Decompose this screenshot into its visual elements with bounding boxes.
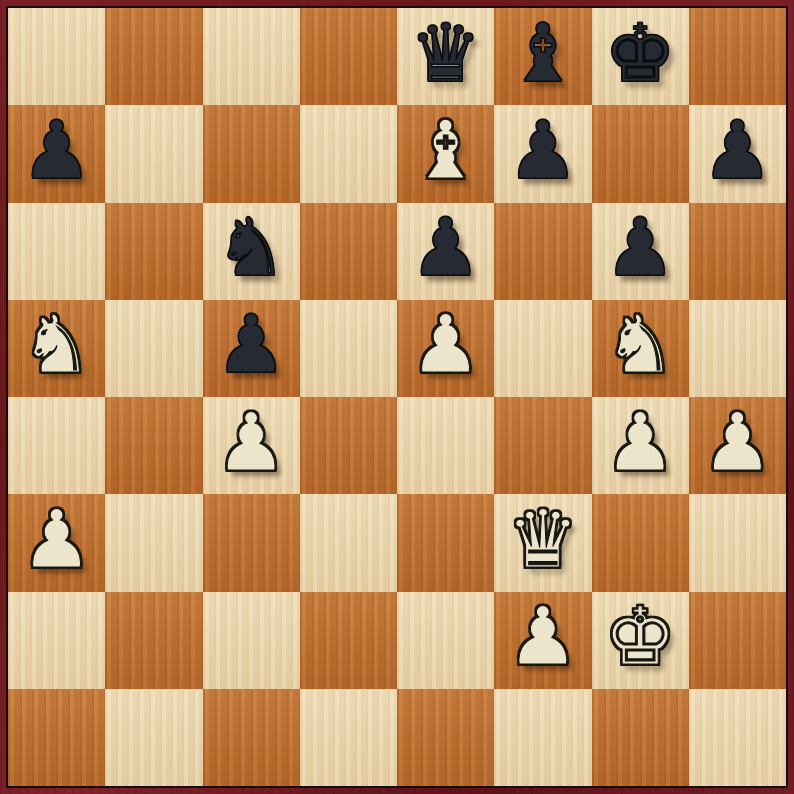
square-d5[interactable] (300, 300, 397, 397)
square-e2[interactable] (397, 592, 494, 689)
square-b3[interactable] (105, 494, 202, 591)
square-b7[interactable] (105, 105, 202, 202)
piece-black-pawn[interactable]: ♟ (215, 305, 287, 385)
piece-white-bishop[interactable]: ♝ (410, 111, 482, 191)
square-h1[interactable] (689, 689, 786, 786)
square-b5[interactable] (105, 300, 202, 397)
piece-black-pawn[interactable]: ♟ (604, 208, 676, 288)
square-e6[interactable]: ♟ (397, 203, 494, 300)
square-h5[interactable] (689, 300, 786, 397)
piece-black-knight[interactable]: ♞ (215, 208, 287, 288)
square-b2[interactable] (105, 592, 202, 689)
square-g6[interactable]: ♟ (592, 203, 689, 300)
piece-black-pawn[interactable]: ♟ (507, 111, 579, 191)
square-h7[interactable]: ♟ (689, 105, 786, 202)
square-h4[interactable]: ♟ (689, 397, 786, 494)
piece-black-bishop[interactable]: ♝ (507, 14, 579, 94)
piece-white-pawn[interactable]: ♟ (21, 500, 93, 580)
square-d4[interactable] (300, 397, 397, 494)
square-a2[interactable] (8, 592, 105, 689)
piece-white-pawn[interactable]: ♟ (410, 305, 482, 385)
square-a3[interactable]: ♟ (8, 494, 105, 591)
square-a4[interactable] (8, 397, 105, 494)
square-g8[interactable]: ♚ (592, 8, 689, 105)
square-a1[interactable] (8, 689, 105, 786)
piece-white-knight[interactable]: ♞ (604, 305, 676, 385)
piece-black-pawn[interactable]: ♟ (702, 111, 774, 191)
square-h6[interactable] (689, 203, 786, 300)
square-f3[interactable]: ♛ (494, 494, 591, 591)
square-f6[interactable] (494, 203, 591, 300)
square-d7[interactable] (300, 105, 397, 202)
square-f2[interactable]: ♟ (494, 592, 591, 689)
piece-white-pawn[interactable]: ♟ (215, 403, 287, 483)
square-d6[interactable] (300, 203, 397, 300)
piece-white-knight[interactable]: ♞ (21, 305, 93, 385)
square-a8[interactable] (8, 8, 105, 105)
square-a6[interactable] (8, 203, 105, 300)
square-d2[interactable] (300, 592, 397, 689)
piece-black-pawn[interactable]: ♟ (21, 111, 93, 191)
piece-black-queen[interactable]: ♛ (410, 14, 482, 94)
piece-black-king[interactable]: ♚ (604, 14, 676, 94)
square-c8[interactable] (203, 8, 300, 105)
square-f4[interactable] (494, 397, 591, 494)
square-d3[interactable] (300, 494, 397, 591)
square-c3[interactable] (203, 494, 300, 591)
square-b4[interactable] (105, 397, 202, 494)
square-f7[interactable]: ♟ (494, 105, 591, 202)
piece-white-pawn[interactable]: ♟ (507, 597, 579, 677)
square-g7[interactable] (592, 105, 689, 202)
square-e3[interactable] (397, 494, 494, 591)
square-e7[interactable]: ♝ (397, 105, 494, 202)
piece-white-queen[interactable]: ♛ (507, 500, 579, 580)
square-h2[interactable] (689, 592, 786, 689)
square-h3[interactable] (689, 494, 786, 591)
square-e4[interactable] (397, 397, 494, 494)
square-h8[interactable] (689, 8, 786, 105)
square-e8[interactable]: ♛ (397, 8, 494, 105)
square-g2[interactable]: ♚ (592, 592, 689, 689)
square-b6[interactable] (105, 203, 202, 300)
square-a5[interactable]: ♞ (8, 300, 105, 397)
square-e1[interactable] (397, 689, 494, 786)
square-f8[interactable]: ♝ (494, 8, 591, 105)
square-c2[interactable] (203, 592, 300, 689)
board-frame: ♛♝♚♟♝♟♟♞♟♟♞♟♟♞♟♟♟♟♛♟♚ (0, 0, 794, 794)
square-g1[interactable] (592, 689, 689, 786)
square-f5[interactable] (494, 300, 591, 397)
chess-board[interactable]: ♛♝♚♟♝♟♟♞♟♟♞♟♟♞♟♟♟♟♛♟♚ (8, 8, 786, 786)
square-a7[interactable]: ♟ (8, 105, 105, 202)
square-b1[interactable] (105, 689, 202, 786)
piece-black-pawn[interactable]: ♟ (410, 208, 482, 288)
piece-white-pawn[interactable]: ♟ (604, 403, 676, 483)
square-f1[interactable] (494, 689, 591, 786)
square-c5[interactable]: ♟ (203, 300, 300, 397)
square-d1[interactable] (300, 689, 397, 786)
piece-white-king[interactable]: ♚ (604, 597, 676, 677)
square-d8[interactable] (300, 8, 397, 105)
square-g5[interactable]: ♞ (592, 300, 689, 397)
square-c7[interactable] (203, 105, 300, 202)
square-g3[interactable] (592, 494, 689, 591)
square-c4[interactable]: ♟ (203, 397, 300, 494)
square-b8[interactable] (105, 8, 202, 105)
piece-white-pawn[interactable]: ♟ (702, 403, 774, 483)
square-e5[interactable]: ♟ (397, 300, 494, 397)
square-c1[interactable] (203, 689, 300, 786)
square-c6[interactable]: ♞ (203, 203, 300, 300)
square-g4[interactable]: ♟ (592, 397, 689, 494)
